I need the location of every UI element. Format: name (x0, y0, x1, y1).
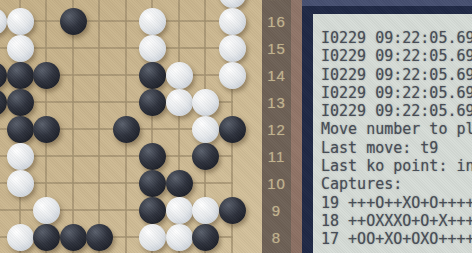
go-stone-black-q9 (139, 197, 166, 224)
terminal-line: Captures: (321, 175, 472, 193)
screen-photo: 171615141312111098 I0229 09:22:05.69I022… (0, 0, 472, 253)
go-stone-black-q10 (139, 170, 166, 197)
row-label-8: 8 (262, 224, 291, 250)
terminal-line: 19 +++O++XO+O++++ (321, 194, 472, 212)
go-stone-white-q16 (139, 8, 166, 35)
go-stone-white-q15 (139, 35, 166, 62)
go-stone-black-r10 (166, 170, 193, 197)
go-stone-black-q14 (139, 62, 166, 89)
go-stone-white-m9 (33, 197, 60, 224)
go-stone-black-k14 (0, 62, 7, 89)
go-stone-white-r14 (166, 62, 193, 89)
go-stone-black-s8 (192, 224, 219, 251)
go-stone-black-l14 (7, 62, 34, 89)
board-frame-edge (291, 0, 302, 253)
grid-line-col-n (72, 0, 74, 253)
terminal-line: I0229 09:22:05.69 (321, 66, 472, 84)
go-board[interactable] (0, 0, 262, 253)
terminal-line: 18 ++OXXXO+O+X+++ (321, 212, 472, 230)
go-stone-white-k16 (0, 8, 7, 35)
go-stone-black-l12 (7, 116, 34, 143)
go-stone-white-l11 (7, 143, 34, 170)
go-stone-black-k13 (0, 89, 7, 116)
go-stone-white-t17 (219, 0, 246, 8)
row-coordinate-strip: 171615141312111098 (262, 0, 291, 253)
go-stone-white-r8 (166, 224, 193, 251)
grid-line-row-15 (0, 47, 233, 49)
go-stone-white-r9 (166, 197, 193, 224)
terminal-window: I0229 09:22:05.69I0229 09:22:05.69I0229 … (302, 0, 472, 253)
row-label-17: 17 (262, 0, 291, 7)
go-stone-white-q8 (139, 224, 166, 251)
terminal-line: I0229 09:22:05.69 (321, 102, 472, 120)
row-label-13: 13 (262, 89, 291, 115)
grid-line-row-16 (0, 20, 233, 22)
go-stone-white-t16 (219, 8, 246, 35)
go-stone-black-q13 (139, 89, 166, 116)
go-stone-black-s11 (192, 143, 219, 170)
terminal-line: Move number to pl (321, 120, 472, 138)
terminal-output: I0229 09:22:05.69I0229 09:22:05.69I0229 … (313, 14, 472, 253)
terminal-line: I0229 09:22:05.69 (321, 84, 472, 102)
go-stone-white-s12 (192, 116, 219, 143)
go-stone-black-q11 (139, 143, 166, 170)
go-stone-black-o8 (86, 224, 113, 251)
go-stone-white-r13 (166, 89, 193, 116)
go-stone-white-l15 (7, 35, 34, 62)
row-label-14: 14 (262, 62, 291, 88)
go-stone-black-m8 (33, 224, 60, 251)
go-stone-white-l8 (7, 224, 34, 251)
terminal-line: Last move: t9 (321, 139, 472, 157)
go-stone-black-n16 (60, 8, 87, 35)
terminal-line: I0229 09:22:05.69 (321, 47, 472, 65)
row-label-16: 16 (262, 8, 291, 34)
go-stone-white-t15 (219, 35, 246, 62)
go-stone-white-s9 (192, 197, 219, 224)
row-label-12: 12 (262, 116, 291, 142)
go-stone-black-m14 (33, 62, 60, 89)
row-label-11: 11 (262, 143, 291, 169)
go-stone-white-s13 (192, 89, 219, 116)
go-stone-black-p12 (113, 116, 140, 143)
go-stone-black-l13 (7, 89, 34, 116)
terminal-top-edge (302, 0, 472, 6)
go-stone-black-t12 (219, 116, 246, 143)
go-stone-black-m12 (33, 116, 60, 143)
row-label-10: 10 (262, 170, 291, 196)
terminal-line: 17 +OO+XO+OXO++++ (321, 230, 472, 248)
go-stone-white-l16 (7, 8, 34, 35)
grid-line-row-10 (0, 182, 233, 184)
go-stone-black-n8 (60, 224, 87, 251)
go-stone-white-t14 (219, 62, 246, 89)
go-stone-black-t9 (219, 197, 246, 224)
terminal-line: I0229 09:22:05.69 (321, 29, 472, 47)
go-stone-white-l10 (7, 170, 34, 197)
row-label-15: 15 (262, 35, 291, 61)
row-label-9: 9 (262, 197, 291, 223)
grid-line-col-o (98, 0, 100, 253)
terminal-line: Last ko point: in (321, 157, 472, 175)
